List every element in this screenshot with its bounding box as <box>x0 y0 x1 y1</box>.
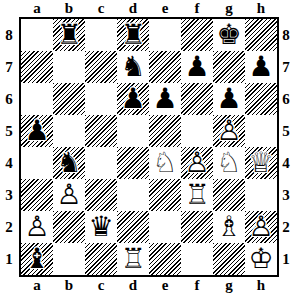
piece-white-pawn-g5[interactable]: ♟♙ <box>213 115 245 147</box>
piece-white-queen-h4[interactable]: ♛♕ <box>245 147 277 179</box>
square-c3[interactable] <box>85 179 117 211</box>
file-label-e: e <box>149 277 181 293</box>
piece-black-rook-b8[interactable]: ♜ <box>53 19 85 51</box>
square-d2[interactable] <box>117 211 149 243</box>
piece-outline: ♙ <box>21 211 53 243</box>
square-d8[interactable]: ♜ <box>117 19 149 51</box>
piece-outline: ♙ <box>245 211 277 243</box>
square-b7[interactable] <box>53 51 85 83</box>
piece-black-pawn-f7[interactable]: ♟ <box>181 51 213 83</box>
file-label-e: e <box>149 0 181 16</box>
board: ♜♜♚♞♟♟♟♟♟♟♟♙♞♞♘♟♙♞♘♛♕♟♙♜♖♟♙♛♝♗♟♙♝♜♖♚♔ <box>19 17 279 277</box>
file-label-g: g <box>213 0 245 16</box>
file-labels-bottom: a b c d e f g h <box>21 277 277 293</box>
file-label-f: f <box>181 277 213 293</box>
piece-black-pawn-d6[interactable]: ♟ <box>117 83 149 115</box>
rank-label-4: 4 <box>279 147 293 179</box>
rank-label-6: 6 <box>0 83 18 115</box>
file-label-a: a <box>21 277 53 293</box>
square-g7[interactable] <box>213 51 245 83</box>
rank-labels-left: 8 7 6 5 4 3 2 1 <box>0 19 18 275</box>
file-label-g: g <box>213 277 245 293</box>
rank-label-3: 3 <box>0 179 18 211</box>
file-label-d: d <box>117 277 149 293</box>
square-g6[interactable]: ♟ <box>213 83 245 115</box>
file-label-c: c <box>85 277 117 293</box>
file-label-d: d <box>117 0 149 16</box>
file-label-a: a <box>21 0 53 16</box>
file-label-h: h <box>245 277 277 293</box>
square-e7[interactable] <box>149 51 181 83</box>
square-b6[interactable] <box>53 83 85 115</box>
square-b2[interactable] <box>53 211 85 243</box>
square-e1[interactable] <box>149 243 181 275</box>
piece-black-knight-b4[interactable]: ♞ <box>53 147 85 179</box>
square-f4[interactable]: ♟♙ <box>181 147 213 179</box>
piece-black-pawn-a5[interactable]: ♟ <box>21 115 53 147</box>
rank-labels-right: 8 7 6 5 4 3 2 1 <box>279 19 293 275</box>
square-c8[interactable] <box>85 19 117 51</box>
piece-black-queen-c2[interactable]: ♛ <box>85 211 117 243</box>
piece-black-knight-d7[interactable]: ♞ <box>117 51 149 83</box>
piece-outline: ♙ <box>53 179 85 211</box>
square-c5[interactable] <box>85 115 117 147</box>
square-c2[interactable]: ♛ <box>85 211 117 243</box>
square-a6[interactable] <box>21 83 53 115</box>
rank-label-4: 4 <box>0 147 18 179</box>
square-h4[interactable]: ♛♕ <box>245 147 277 179</box>
square-g5[interactable]: ♟♙ <box>213 115 245 147</box>
square-c1[interactable] <box>85 243 117 275</box>
square-h7[interactable]: ♟ <box>245 51 277 83</box>
square-h2[interactable]: ♟♙ <box>245 211 277 243</box>
square-e6[interactable]: ♟ <box>149 83 181 115</box>
rank-label-1: 1 <box>279 243 293 275</box>
square-d3[interactable] <box>117 179 149 211</box>
rank-label-2: 2 <box>0 211 18 243</box>
square-e4[interactable]: ♞♘ <box>149 147 181 179</box>
piece-black-rook-d8[interactable]: ♜ <box>117 19 149 51</box>
piece-white-rook-d1[interactable]: ♜♖ <box>117 243 149 275</box>
piece-white-rook-f3[interactable]: ♜♖ <box>181 179 213 211</box>
square-a4[interactable] <box>21 147 53 179</box>
piece-white-knight-g4[interactable]: ♞♘ <box>213 147 245 179</box>
square-d4[interactable] <box>117 147 149 179</box>
square-a3[interactable] <box>21 179 53 211</box>
piece-outline: ♙ <box>213 115 245 147</box>
piece-outline: ♙ <box>181 147 213 179</box>
piece-outline: ♗ <box>213 211 245 243</box>
rank-label-3: 3 <box>279 179 293 211</box>
file-label-c: c <box>85 0 117 16</box>
rank-label-7: 7 <box>0 51 18 83</box>
square-f8[interactable] <box>181 19 213 51</box>
piece-black-king-g8[interactable]: ♚ <box>213 19 245 51</box>
piece-outline: ♘ <box>149 147 181 179</box>
square-b8[interactable]: ♜ <box>53 19 85 51</box>
square-b5[interactable] <box>53 115 85 147</box>
square-b3[interactable]: ♟♙ <box>53 179 85 211</box>
square-g3[interactable] <box>213 179 245 211</box>
square-h5[interactable] <box>245 115 277 147</box>
piece-white-king-h1[interactable]: ♚♔ <box>245 243 277 275</box>
square-f3[interactable]: ♜♖ <box>181 179 213 211</box>
rank-label-8: 8 <box>279 19 293 51</box>
square-d6[interactable]: ♟ <box>117 83 149 115</box>
square-c7[interactable] <box>85 51 117 83</box>
rank-label-1: 1 <box>0 243 18 275</box>
square-e3[interactable] <box>149 179 181 211</box>
file-label-f: f <box>181 0 213 16</box>
square-e5[interactable] <box>149 115 181 147</box>
piece-outline: ♖ <box>117 243 149 275</box>
rank-label-6: 6 <box>279 83 293 115</box>
square-h8[interactable] <box>245 19 277 51</box>
piece-white-pawn-f4[interactable]: ♟♙ <box>181 147 213 179</box>
square-c4[interactable] <box>85 147 117 179</box>
square-g1[interactable] <box>213 243 245 275</box>
square-h6[interactable] <box>245 83 277 115</box>
square-d5[interactable] <box>117 115 149 147</box>
square-a5[interactable]: ♟ <box>21 115 53 147</box>
square-g4[interactable]: ♞♘ <box>213 147 245 179</box>
square-h3[interactable] <box>245 179 277 211</box>
square-f6[interactable] <box>181 83 213 115</box>
rank-label-5: 5 <box>0 115 18 147</box>
square-g2[interactable]: ♝♗ <box>213 211 245 243</box>
square-h1[interactable]: ♚♔ <box>245 243 277 275</box>
square-a1[interactable]: ♝ <box>21 243 53 275</box>
piece-black-pawn-h7[interactable]: ♟ <box>245 51 277 83</box>
square-b1[interactable] <box>53 243 85 275</box>
square-a8[interactable] <box>21 19 53 51</box>
file-label-b: b <box>53 0 85 16</box>
piece-outline: ♖ <box>181 179 213 211</box>
file-labels-top: a b c d e f g h <box>21 0 277 16</box>
square-f2[interactable] <box>181 211 213 243</box>
piece-black-bishop-a1[interactable]: ♝ <box>21 243 53 275</box>
square-e2[interactable] <box>149 211 181 243</box>
square-d1[interactable]: ♜♖ <box>117 243 149 275</box>
piece-outline: ♘ <box>213 147 245 179</box>
rank-label-2: 2 <box>279 211 293 243</box>
piece-white-bishop-g2[interactable]: ♝♗ <box>213 211 245 243</box>
square-a2[interactable]: ♟♙ <box>21 211 53 243</box>
square-f5[interactable] <box>181 115 213 147</box>
chess-diagram: a b c d e f g h 8 7 6 5 4 3 2 1 ♜♜♚♞♟♟♟♟… <box>0 0 293 295</box>
square-e8[interactable] <box>149 19 181 51</box>
file-label-h: h <box>245 0 277 16</box>
rank-label-5: 5 <box>279 115 293 147</box>
square-c6[interactable] <box>85 83 117 115</box>
piece-black-pawn-e6[interactable]: ♟ <box>149 83 181 115</box>
piece-white-pawn-h2[interactable]: ♟♙ <box>245 211 277 243</box>
piece-white-knight-e4[interactable]: ♞♘ <box>149 147 181 179</box>
square-f1[interactable] <box>181 243 213 275</box>
square-b4[interactable]: ♞ <box>53 147 85 179</box>
rank-label-7: 7 <box>279 51 293 83</box>
rank-label-8: 8 <box>0 19 18 51</box>
square-d7[interactable]: ♞ <box>117 51 149 83</box>
piece-white-pawn-a2[interactable]: ♟♙ <box>21 211 53 243</box>
file-label-b: b <box>53 277 85 293</box>
square-a7[interactable] <box>21 51 53 83</box>
piece-outline: ♔ <box>245 243 277 275</box>
square-f7[interactable]: ♟ <box>181 51 213 83</box>
piece-white-pawn-b3[interactable]: ♟♙ <box>53 179 85 211</box>
piece-black-pawn-g6[interactable]: ♟ <box>213 83 245 115</box>
square-g8[interactable]: ♚ <box>213 19 245 51</box>
piece-outline: ♕ <box>245 147 277 179</box>
